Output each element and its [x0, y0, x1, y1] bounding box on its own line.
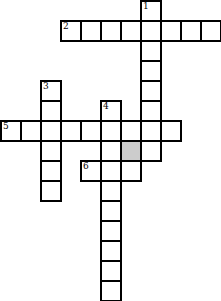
crossword-cell[interactable]	[100, 200, 122, 222]
crossword-cell[interactable]	[100, 220, 122, 242]
crossword-cell[interactable]	[40, 120, 62, 142]
crossword-cell[interactable]	[100, 240, 122, 262]
crossword-cell[interactable]	[140, 80, 162, 102]
crossword-cell[interactable]	[100, 260, 122, 282]
crossword-cell[interactable]	[140, 100, 162, 122]
crossword-cell[interactable]	[60, 120, 82, 142]
crossword-cell[interactable]	[180, 20, 202, 42]
crossword-grid: 123456	[0, 0, 221, 301]
crossword-cell[interactable]	[0, 120, 22, 142]
crossword-cell[interactable]	[60, 20, 82, 42]
crossword-cell[interactable]	[80, 160, 102, 182]
crossword-cell[interactable]	[40, 100, 62, 122]
crossword-cell[interactable]	[100, 100, 122, 122]
crossword-cell[interactable]	[140, 40, 162, 62]
shaded-cell[interactable]	[120, 140, 142, 162]
crossword-cell[interactable]	[140, 60, 162, 82]
crossword-cell[interactable]	[40, 180, 62, 202]
crossword-cell[interactable]	[80, 120, 102, 142]
crossword-cell[interactable]	[120, 160, 142, 182]
crossword-cell[interactable]	[100, 20, 122, 42]
crossword-cell[interactable]	[100, 160, 122, 182]
crossword-cell[interactable]	[160, 20, 182, 42]
crossword-cell[interactable]	[140, 0, 162, 22]
crossword-cell[interactable]	[140, 140, 162, 162]
crossword-cell[interactable]	[40, 140, 62, 162]
crossword-cell[interactable]	[120, 20, 142, 42]
crossword-cell[interactable]	[160, 120, 182, 142]
crossword-cell[interactable]	[200, 20, 221, 42]
crossword-cell[interactable]	[100, 280, 122, 301]
crossword-cell[interactable]	[20, 120, 42, 142]
crossword-cell[interactable]	[140, 20, 162, 42]
crossword-cell[interactable]	[120, 120, 142, 142]
crossword-cell[interactable]	[80, 20, 102, 42]
crossword-cell[interactable]	[100, 120, 122, 142]
crossword-cell[interactable]	[100, 180, 122, 202]
crossword-cell[interactable]	[100, 140, 122, 162]
crossword-cell[interactable]	[40, 160, 62, 182]
crossword-cell[interactable]	[140, 120, 162, 142]
crossword-cell[interactable]	[40, 80, 62, 102]
